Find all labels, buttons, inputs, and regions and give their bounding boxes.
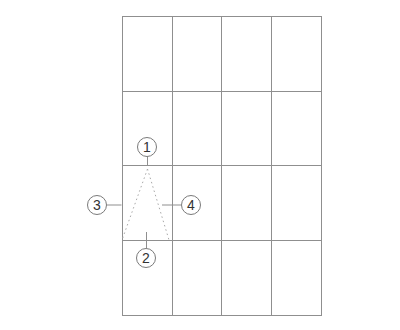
panel-cell bbox=[272, 166, 322, 241]
window-elevation-diagram: 1 2 3 4 bbox=[0, 0, 400, 330]
panel-cell bbox=[222, 17, 272, 92]
panel-cell bbox=[272, 241, 322, 316]
callout-1-label: 1 bbox=[143, 138, 151, 156]
callout-2-label: 2 bbox=[142, 249, 150, 267]
panel-cell bbox=[173, 241, 223, 316]
panel-cell bbox=[123, 166, 173, 241]
callout-3-label: 3 bbox=[93, 196, 101, 214]
panel-cell bbox=[272, 92, 322, 167]
panel-cell bbox=[222, 92, 272, 167]
callout-1: 1 bbox=[137, 137, 157, 157]
panel-cell bbox=[222, 166, 272, 241]
callout-4-label: 4 bbox=[187, 196, 195, 214]
panel-cell bbox=[173, 92, 223, 167]
panel-cell bbox=[222, 241, 272, 316]
panel-cell bbox=[272, 17, 322, 92]
callout-3: 3 bbox=[87, 195, 107, 215]
panel-cell bbox=[123, 17, 173, 92]
panel-cell bbox=[173, 17, 223, 92]
callout-4: 4 bbox=[181, 195, 201, 215]
callout-2: 2 bbox=[136, 248, 156, 268]
panel-grid bbox=[122, 16, 322, 316]
